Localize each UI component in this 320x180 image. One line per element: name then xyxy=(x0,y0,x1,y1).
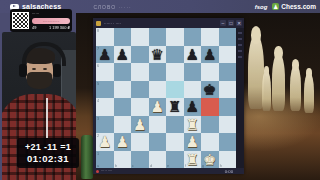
white-rook[interactable]: ♜ xyxy=(184,116,202,134)
status-icon xyxy=(96,170,99,173)
headphone-cup-icon xyxy=(19,64,27,77)
black-pawn[interactable]: ♟ xyxy=(184,46,202,64)
square-f2[interactable]: ♟ xyxy=(184,133,202,151)
square-b7[interactable]: ♟ xyxy=(114,46,132,64)
square-a1[interactable]: 1a xyxy=(96,151,114,169)
white-pawn[interactable]: ♟ xyxy=(131,116,149,134)
square-h2[interactable] xyxy=(219,133,237,151)
match-score: +21 -11 =1 xyxy=(25,142,71,153)
square-g2[interactable] xyxy=(201,133,219,151)
headphone-cup-icon xyxy=(53,64,61,77)
white-pawn[interactable]: ♟ xyxy=(184,133,202,151)
square-a7[interactable]: 7♟ xyxy=(96,46,114,64)
square-f1[interactable]: f♜ xyxy=(184,151,202,169)
chess-gui-window: ······ · ···· – □ ✕ 87♟♟♛♟♟65♚4♟♜♟3♟♜2♟♟… xyxy=(93,18,244,174)
photo-piece xyxy=(290,65,301,111)
headphones-band-icon xyxy=(22,42,66,66)
app-icon xyxy=(96,21,101,26)
donation-progress-pill[interactable]: ·········· xyxy=(32,18,70,24)
streamer-beard xyxy=(27,72,52,89)
square-c8[interactable] xyxy=(131,28,149,46)
rank-label: 5 xyxy=(97,81,99,86)
session-timer: 01:02:31 xyxy=(27,153,69,164)
streamer-eye xyxy=(32,68,36,70)
square-b1[interactable]: b xyxy=(114,151,132,169)
rank-label: 4 xyxy=(97,98,99,103)
square-h1[interactable]: h xyxy=(219,151,237,169)
square-b6[interactable] xyxy=(114,63,132,81)
streamer-eye xyxy=(43,68,47,70)
square-g7[interactable]: ♟ xyxy=(201,46,219,64)
donation-title: ······ xyxy=(32,11,59,15)
square-e8[interactable] xyxy=(166,28,184,46)
square-e3[interactable] xyxy=(166,116,184,134)
black-rook[interactable]: ♜ xyxy=(166,98,184,116)
square-b3[interactable] xyxy=(114,116,132,134)
square-c6[interactable] xyxy=(131,63,149,81)
photo-piece xyxy=(262,71,271,111)
square-c1[interactable]: c xyxy=(131,151,149,169)
square-h4[interactable] xyxy=(219,98,237,116)
square-d2[interactable] xyxy=(149,133,167,151)
square-e4[interactable]: ♜ xyxy=(166,98,184,116)
white-pawn[interactable]: ♟ xyxy=(149,98,167,116)
square-d4[interactable]: ♟ xyxy=(149,98,167,116)
square-h5[interactable] xyxy=(219,81,237,99)
square-h8[interactable] xyxy=(219,28,237,46)
square-f6[interactable] xyxy=(184,63,202,81)
chesscom-logo: Chess.com xyxy=(281,3,316,10)
white-pawn[interactable]: ♟ xyxy=(114,133,132,151)
photo-piece xyxy=(304,73,314,113)
square-a5[interactable]: 5 xyxy=(96,81,114,99)
donation-widget: ······ ·········· 49 1 199 300 ₽ xyxy=(10,9,72,32)
fsog-logo: fsog xyxy=(255,4,268,10)
square-h7[interactable] xyxy=(219,46,237,64)
minimize-button[interactable]: – xyxy=(220,20,226,26)
qr-code xyxy=(12,12,29,29)
square-d5[interactable] xyxy=(149,81,167,99)
square-b2[interactable]: ♟ xyxy=(114,133,132,151)
square-f4[interactable]: ♟ xyxy=(184,98,202,116)
square-d8[interactable] xyxy=(149,28,167,46)
rank-label: 1 xyxy=(97,151,99,156)
maximize-button[interactable]: □ xyxy=(228,20,234,26)
chesscom-pawn-icon: ♟ xyxy=(272,3,279,10)
square-e6[interactable] xyxy=(166,63,184,81)
window-titlebar: ······ · ···· – □ ✕ xyxy=(93,18,244,28)
square-f5[interactable] xyxy=(184,81,202,99)
square-a2[interactable]: 2♟ xyxy=(96,133,114,151)
window-title: ······ · ···· xyxy=(104,21,121,26)
white-king[interactable]: ♚ xyxy=(201,151,219,169)
square-b8[interactable] xyxy=(114,28,132,46)
square-b5[interactable] xyxy=(114,81,132,99)
square-g5[interactable]: ♚ xyxy=(201,81,219,99)
square-e7[interactable] xyxy=(166,46,184,64)
close-button[interactable]: ✕ xyxy=(236,20,242,26)
square-g3[interactable] xyxy=(201,116,219,134)
window-statusbar: ····· ···· 0:00 xyxy=(93,168,244,174)
white-pawn[interactable]: ♟ xyxy=(96,133,114,151)
square-d6[interactable] xyxy=(149,63,167,81)
status-clock: 0:00 xyxy=(225,168,233,173)
rank-label: 3 xyxy=(97,116,99,121)
square-g4[interactable] xyxy=(201,98,219,116)
photo-bottle xyxy=(81,135,93,179)
square-a4[interactable]: 4 xyxy=(96,98,114,116)
score-overlay: +21 -11 =1 01:02:31 xyxy=(17,138,79,168)
square-c7[interactable] xyxy=(131,46,149,64)
square-g6[interactable] xyxy=(201,63,219,81)
black-pawn[interactable]: ♟ xyxy=(114,46,132,64)
square-f7[interactable]: ♟ xyxy=(184,46,202,64)
square-d7[interactable]: ♛ xyxy=(149,46,167,64)
square-e2[interactable] xyxy=(166,133,184,151)
square-e5[interactable] xyxy=(166,81,184,99)
square-c5[interactable] xyxy=(131,81,149,99)
black-pawn[interactable]: ♟ xyxy=(201,46,219,64)
status-text: ····· ···· xyxy=(101,169,112,173)
rank-label: 6 xyxy=(97,63,99,68)
square-g1[interactable]: g♚ xyxy=(201,151,219,169)
square-e1[interactable]: e xyxy=(166,151,184,169)
square-c3[interactable]: ♟ xyxy=(131,116,149,134)
square-a6[interactable]: 6 xyxy=(96,63,114,81)
square-d1[interactable]: d xyxy=(149,151,167,169)
side-panel-sliver[interactable] xyxy=(236,28,244,168)
black-pawn[interactable]: ♟ xyxy=(184,98,202,116)
donation-right-stat: 1 199 300 ₽ xyxy=(49,25,70,30)
banner-center-text: СЛОВО ····· xyxy=(93,4,131,10)
square-d3[interactable] xyxy=(149,116,167,134)
white-rook[interactable]: ♜ xyxy=(184,151,202,169)
square-a8[interactable]: 8 xyxy=(96,28,114,46)
rank-label: 8 xyxy=(97,28,99,33)
headphone-cable xyxy=(46,98,48,138)
square-h6[interactable] xyxy=(219,63,237,81)
square-b4[interactable] xyxy=(114,98,132,116)
square-h3[interactable] xyxy=(219,116,237,134)
black-queen[interactable]: ♛ xyxy=(149,46,167,64)
square-c2[interactable] xyxy=(131,133,149,151)
photo-piece xyxy=(272,53,285,111)
black-king[interactable]: ♚ xyxy=(201,81,219,99)
square-f3[interactable]: ♜ xyxy=(184,116,202,134)
black-pawn[interactable]: ♟ xyxy=(96,46,114,64)
square-a3[interactable]: 3 xyxy=(96,116,114,134)
square-c4[interactable] xyxy=(131,98,149,116)
square-f8[interactable] xyxy=(184,28,202,46)
chess-board: 87♟♟♛♟♟65♚4♟♜♟3♟♜2♟♟♟1abcdef♜g♚h xyxy=(96,28,236,168)
square-g8[interactable] xyxy=(201,28,219,46)
stream-frame: ······ ·········· 49 1 199 300 ₽ ······ … xyxy=(0,0,320,180)
donation-left-stat: 49 xyxy=(32,25,36,30)
